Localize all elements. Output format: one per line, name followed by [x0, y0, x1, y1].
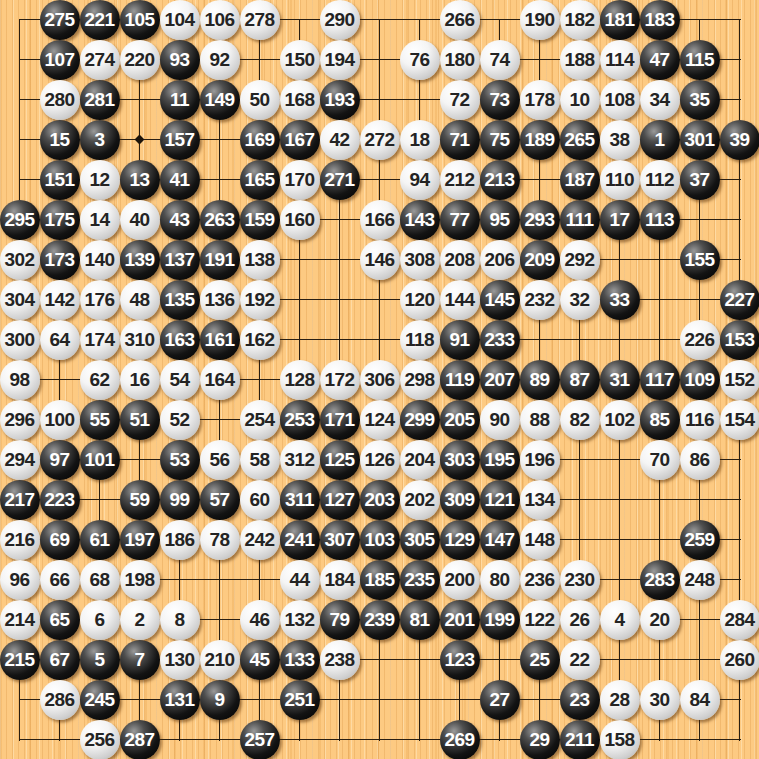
- stone-white-move-292: 292: [560, 240, 600, 280]
- stone-black-move-127: 127: [320, 480, 360, 520]
- stone-white-move-120: 120: [400, 280, 440, 320]
- stone-white-move-14: 14: [80, 200, 120, 240]
- stone-black-move-301: 301: [680, 120, 720, 160]
- stone-white-move-290: 290: [320, 0, 360, 40]
- stone-black-move-105: 105: [120, 0, 160, 40]
- stone-white-move-108: 108: [600, 80, 640, 120]
- stone-white-move-196: 196: [520, 440, 560, 480]
- stone-white-move-62: 62: [80, 360, 120, 400]
- stone-black-move-41: 41: [160, 160, 200, 200]
- stone-black-move-113: 113: [640, 200, 680, 240]
- stone-black-move-185: 185: [360, 560, 400, 600]
- stone-white-move-118: 118: [400, 320, 440, 360]
- stone-black-move-193: 193: [320, 80, 360, 120]
- stone-black-move-309: 309: [440, 480, 480, 520]
- stone-white-move-10: 10: [560, 80, 600, 120]
- stone-black-move-157: 157: [160, 120, 200, 160]
- stone-white-move-186: 186: [160, 520, 200, 560]
- stone-white-move-4: 4: [600, 600, 640, 640]
- stone-black-move-155: 155: [680, 240, 720, 280]
- stone-black-move-3: 3: [80, 120, 120, 160]
- stone-white-move-92: 92: [200, 40, 240, 80]
- stone-black-move-187: 187: [560, 160, 600, 200]
- stone-black-move-197: 197: [120, 520, 160, 560]
- stone-white-move-130: 130: [160, 640, 200, 680]
- stone-white-move-56: 56: [200, 440, 240, 480]
- stone-white-move-212: 212: [440, 160, 480, 200]
- stone-black-move-195: 195: [480, 440, 520, 480]
- stone-white-move-128: 128: [280, 360, 320, 400]
- go-board[interactable]: 2752211051041062782902661901821811831072…: [0, 0, 759, 759]
- stone-white-move-148: 148: [520, 520, 560, 560]
- stone-white-move-66: 66: [40, 560, 80, 600]
- stone-white-move-280: 280: [40, 80, 80, 120]
- stone-black-move-167: 167: [280, 120, 320, 160]
- stone-white-move-204: 204: [400, 440, 440, 480]
- stone-black-move-45: 45: [240, 640, 280, 680]
- stone-white-move-42: 42: [320, 120, 360, 160]
- stone-black-move-91: 91: [440, 320, 480, 360]
- stone-white-move-312: 312: [280, 440, 320, 480]
- stone-black-move-159: 159: [240, 200, 280, 240]
- stone-white-move-144: 144: [440, 280, 480, 320]
- stone-black-move-143: 143: [400, 200, 440, 240]
- stone-white-move-32: 32: [560, 280, 600, 320]
- stone-white-move-192: 192: [240, 280, 280, 320]
- stone-white-move-294: 294: [0, 440, 40, 480]
- stone-white-move-180: 180: [440, 40, 480, 80]
- stone-black-move-59: 59: [120, 480, 160, 520]
- stone-black-move-117: 117: [640, 360, 680, 400]
- stone-white-move-38: 38: [600, 120, 640, 160]
- stone-black-move-189: 189: [520, 120, 560, 160]
- stone-white-move-26: 26: [560, 600, 600, 640]
- stone-black-move-227: 227: [720, 280, 759, 320]
- stone-white-move-152: 152: [720, 360, 759, 400]
- stone-white-move-48: 48: [120, 280, 160, 320]
- stone-white-move-248: 248: [680, 560, 720, 600]
- stone-white-move-78: 78: [200, 520, 240, 560]
- stone-white-move-64: 64: [40, 320, 80, 360]
- stone-black-move-209: 209: [520, 240, 560, 280]
- stone-white-move-72: 72: [440, 80, 480, 120]
- stone-white-move-274: 274: [80, 40, 120, 80]
- stone-black-move-93: 93: [160, 40, 200, 80]
- stone-white-move-40: 40: [120, 200, 160, 240]
- stone-black-move-43: 43: [160, 200, 200, 240]
- stone-black-move-139: 139: [120, 240, 160, 280]
- stone-white-move-8: 8: [160, 600, 200, 640]
- stone-black-move-79: 79: [320, 600, 360, 640]
- stone-white-move-116: 116: [680, 400, 720, 440]
- stone-black-move-241: 241: [280, 520, 320, 560]
- stone-black-move-135: 135: [160, 280, 200, 320]
- stone-white-move-166: 166: [360, 200, 400, 240]
- stone-white-move-80: 80: [480, 560, 520, 600]
- stone-white-move-162: 162: [240, 320, 280, 360]
- stone-white-move-202: 202: [400, 480, 440, 520]
- stone-white-move-104: 104: [160, 0, 200, 40]
- stone-black-move-265: 265: [560, 120, 600, 160]
- stone-black-move-119: 119: [440, 360, 480, 400]
- stone-white-move-232: 232: [520, 280, 560, 320]
- stone-black-move-145: 145: [480, 280, 520, 320]
- stone-black-move-251: 251: [280, 680, 320, 720]
- stone-black-move-101: 101: [80, 440, 120, 480]
- stone-white-move-132: 132: [280, 600, 320, 640]
- stone-black-move-137: 137: [160, 240, 200, 280]
- stone-white-move-236: 236: [520, 560, 560, 600]
- stone-white-move-54: 54: [160, 360, 200, 400]
- stone-white-move-208: 208: [440, 240, 480, 280]
- stone-black-move-77: 77: [440, 200, 480, 240]
- stone-black-move-81: 81: [400, 600, 440, 640]
- stone-black-move-233: 233: [480, 320, 520, 360]
- stone-black-move-131: 131: [160, 680, 200, 720]
- stone-black-move-163: 163: [160, 320, 200, 360]
- stone-black-move-97: 97: [40, 440, 80, 480]
- stone-white-move-112: 112: [640, 160, 680, 200]
- stone-white-move-190: 190: [520, 0, 560, 40]
- stone-white-move-18: 18: [400, 120, 440, 160]
- stone-white-move-174: 174: [80, 320, 120, 360]
- stone-black-move-7: 7: [120, 640, 160, 680]
- stone-black-move-221: 221: [80, 0, 120, 40]
- stone-black-move-287: 287: [120, 720, 160, 759]
- stone-black-move-153: 153: [720, 320, 759, 360]
- stone-black-move-201: 201: [440, 600, 480, 640]
- stone-white-move-134: 134: [520, 480, 560, 520]
- stone-black-move-147: 147: [480, 520, 520, 560]
- stone-black-move-215: 215: [0, 640, 40, 680]
- stone-black-move-123: 123: [440, 640, 480, 680]
- stone-white-move-216: 216: [0, 520, 40, 560]
- stone-black-move-11: 11: [160, 80, 200, 120]
- stone-white-move-122: 122: [520, 600, 560, 640]
- stone-white-move-60: 60: [240, 480, 280, 520]
- stone-black-move-47: 47: [640, 40, 680, 80]
- stone-black-move-183: 183: [640, 0, 680, 40]
- stone-white-move-302: 302: [0, 240, 40, 280]
- stone-white-move-172: 172: [320, 360, 360, 400]
- stone-white-move-96: 96: [0, 560, 40, 600]
- stone-white-move-110: 110: [600, 160, 640, 200]
- stone-white-move-194: 194: [320, 40, 360, 80]
- stone-white-move-140: 140: [80, 240, 120, 280]
- stone-black-move-133: 133: [280, 640, 320, 680]
- stone-black-move-67: 67: [40, 640, 80, 680]
- stone-black-move-23: 23: [560, 680, 600, 720]
- stone-black-move-89: 89: [520, 360, 560, 400]
- stone-white-move-230: 230: [560, 560, 600, 600]
- stone-black-move-55: 55: [80, 400, 120, 440]
- stone-black-move-69: 69: [40, 520, 80, 560]
- stone-white-move-298: 298: [400, 360, 440, 400]
- stone-black-move-75: 75: [480, 120, 520, 160]
- stone-black-move-169: 169: [240, 120, 280, 160]
- stone-black-move-235: 235: [400, 560, 440, 600]
- stone-white-move-124: 124: [360, 400, 400, 440]
- stone-white-move-284: 284: [720, 600, 759, 640]
- stone-white-move-28: 28: [600, 680, 640, 720]
- stone-black-move-65: 65: [40, 600, 80, 640]
- stone-white-move-98: 98: [0, 360, 40, 400]
- stone-white-move-188: 188: [560, 40, 600, 80]
- stone-white-move-34: 34: [640, 80, 680, 120]
- stone-white-move-46: 46: [240, 600, 280, 640]
- stone-black-move-15: 15: [40, 120, 80, 160]
- stone-white-move-114: 114: [600, 40, 640, 80]
- stone-white-move-272: 272: [360, 120, 400, 160]
- stone-white-move-44: 44: [280, 560, 320, 600]
- stone-black-move-205: 205: [440, 400, 480, 440]
- stone-white-move-310: 310: [120, 320, 160, 360]
- stone-black-move-257: 257: [240, 720, 280, 759]
- stone-black-move-245: 245: [80, 680, 120, 720]
- stone-black-move-165: 165: [240, 160, 280, 200]
- stone-black-move-181: 181: [600, 0, 640, 40]
- stone-black-move-31: 31: [600, 360, 640, 400]
- stone-black-move-95: 95: [480, 200, 520, 240]
- stone-black-move-53: 53: [160, 440, 200, 480]
- stone-white-move-102: 102: [600, 400, 640, 440]
- stone-black-move-269: 269: [440, 720, 480, 759]
- stone-black-move-199: 199: [480, 600, 520, 640]
- stone-white-move-220: 220: [120, 40, 160, 80]
- stone-black-move-39: 39: [720, 120, 759, 160]
- stone-black-move-307: 307: [320, 520, 360, 560]
- stone-white-move-286: 286: [40, 680, 80, 720]
- stone-black-move-109: 109: [680, 360, 720, 400]
- stone-white-move-30: 30: [640, 680, 680, 720]
- stone-white-move-198: 198: [120, 560, 160, 600]
- stone-white-move-308: 308: [400, 240, 440, 280]
- stone-white-move-304: 304: [0, 280, 40, 320]
- stone-black-move-111: 111: [560, 200, 600, 240]
- stone-white-move-200: 200: [440, 560, 480, 600]
- stone-black-move-149: 149: [200, 80, 240, 120]
- stone-black-move-175: 175: [40, 200, 80, 240]
- stone-black-move-25: 25: [520, 640, 560, 680]
- stone-white-move-100: 100: [40, 400, 80, 440]
- stone-white-move-138: 138: [240, 240, 280, 280]
- stone-white-move-226: 226: [680, 320, 720, 360]
- stone-black-move-295: 295: [0, 200, 40, 240]
- stone-black-move-303: 303: [440, 440, 480, 480]
- stone-white-move-58: 58: [240, 440, 280, 480]
- stone-black-move-51: 51: [120, 400, 160, 440]
- stone-white-move-214: 214: [0, 600, 40, 640]
- stone-white-move-178: 178: [520, 80, 560, 120]
- stone-white-move-68: 68: [80, 560, 120, 600]
- stone-white-move-88: 88: [520, 400, 560, 440]
- stone-white-move-82: 82: [560, 400, 600, 440]
- stone-white-move-278: 278: [240, 0, 280, 40]
- stone-white-move-22: 22: [560, 640, 600, 680]
- stone-black-move-173: 173: [40, 240, 80, 280]
- stone-black-move-271: 271: [320, 160, 360, 200]
- stone-black-move-5: 5: [80, 640, 120, 680]
- stone-black-move-57: 57: [200, 480, 240, 520]
- stone-white-move-182: 182: [560, 0, 600, 40]
- stone-grid: 2752211051041062782902661901821811831072…: [0, 0, 759, 759]
- stone-black-move-125: 125: [320, 440, 360, 480]
- stone-black-move-73: 73: [480, 80, 520, 120]
- stone-black-move-103: 103: [360, 520, 400, 560]
- stone-black-move-305: 305: [400, 520, 440, 560]
- stone-white-move-306: 306: [360, 360, 400, 400]
- stone-black-move-275: 275: [40, 0, 80, 40]
- stone-white-move-154: 154: [720, 400, 759, 440]
- stone-white-move-296: 296: [0, 400, 40, 440]
- stone-white-move-164: 164: [200, 360, 240, 400]
- stone-white-move-256: 256: [80, 720, 120, 759]
- stone-black-move-293: 293: [520, 200, 560, 240]
- stone-white-move-150: 150: [280, 40, 320, 80]
- stone-white-move-52: 52: [160, 400, 200, 440]
- stone-white-move-168: 168: [280, 80, 320, 120]
- stone-black-move-129: 129: [440, 520, 480, 560]
- stone-black-move-223: 223: [40, 480, 80, 520]
- stone-black-move-281: 281: [80, 80, 120, 120]
- stone-black-move-71: 71: [440, 120, 480, 160]
- stone-white-move-76: 76: [400, 40, 440, 80]
- stone-white-move-254: 254: [240, 400, 280, 440]
- stone-black-move-1: 1: [640, 120, 680, 160]
- stone-white-move-126: 126: [360, 440, 400, 480]
- stone-black-move-161: 161: [200, 320, 240, 360]
- stone-white-move-146: 146: [360, 240, 400, 280]
- stone-white-move-170: 170: [280, 160, 320, 200]
- stone-white-move-12: 12: [80, 160, 120, 200]
- stone-black-move-171: 171: [320, 400, 360, 440]
- stone-white-move-160: 160: [280, 200, 320, 240]
- stone-white-move-142: 142: [40, 280, 80, 320]
- stone-white-move-158: 158: [600, 720, 640, 759]
- stone-black-move-9: 9: [200, 680, 240, 720]
- stone-black-move-191: 191: [200, 240, 240, 280]
- stone-white-move-70: 70: [640, 440, 680, 480]
- stone-white-move-106: 106: [200, 0, 240, 40]
- stone-white-move-206: 206: [480, 240, 520, 280]
- stone-black-move-35: 35: [680, 80, 720, 120]
- stone-black-move-27: 27: [480, 680, 520, 720]
- stone-white-move-176: 176: [80, 280, 120, 320]
- stone-black-move-259: 259: [680, 520, 720, 560]
- stone-white-move-86: 86: [680, 440, 720, 480]
- stone-white-move-16: 16: [120, 360, 160, 400]
- stone-black-move-263: 263: [200, 200, 240, 240]
- stone-white-move-20: 20: [640, 600, 680, 640]
- stone-white-move-300: 300: [0, 320, 40, 360]
- stone-black-move-299: 299: [400, 400, 440, 440]
- stone-black-move-107: 107: [40, 40, 80, 80]
- stone-white-move-2: 2: [120, 600, 160, 640]
- stone-black-move-13: 13: [120, 160, 160, 200]
- stone-black-move-253: 253: [280, 400, 320, 440]
- stone-black-move-203: 203: [360, 480, 400, 520]
- stone-white-move-6: 6: [80, 600, 120, 640]
- stone-white-move-266: 266: [440, 0, 480, 40]
- stone-white-move-210: 210: [200, 640, 240, 680]
- stone-white-move-90: 90: [480, 400, 520, 440]
- stone-black-move-311: 311: [280, 480, 320, 520]
- stone-black-move-17: 17: [600, 200, 640, 240]
- stone-black-move-29: 29: [520, 720, 560, 759]
- stone-black-move-211: 211: [560, 720, 600, 759]
- stone-white-move-260: 260: [720, 640, 759, 680]
- stone-white-move-50: 50: [240, 80, 280, 120]
- stone-black-move-283: 283: [640, 560, 680, 600]
- stone-black-move-61: 61: [80, 520, 120, 560]
- stone-white-move-184: 184: [320, 560, 360, 600]
- stone-black-move-115: 115: [680, 40, 720, 80]
- stone-black-move-121: 121: [480, 480, 520, 520]
- stone-black-move-87: 87: [560, 360, 600, 400]
- stone-black-move-217: 217: [0, 480, 40, 520]
- stone-black-move-33: 33: [600, 280, 640, 320]
- stone-black-move-207: 207: [480, 360, 520, 400]
- stone-white-move-84: 84: [680, 680, 720, 720]
- stone-white-move-94: 94: [400, 160, 440, 200]
- stone-black-move-239: 239: [360, 600, 400, 640]
- stone-black-move-85: 85: [640, 400, 680, 440]
- stone-black-move-151: 151: [40, 160, 80, 200]
- stone-black-move-37: 37: [680, 160, 720, 200]
- stone-black-move-213: 213: [480, 160, 520, 200]
- stone-white-move-238: 238: [320, 640, 360, 680]
- stone-white-move-136: 136: [200, 280, 240, 320]
- stone-white-move-74: 74: [480, 40, 520, 80]
- stone-black-move-99: 99: [160, 480, 200, 520]
- stone-white-move-242: 242: [240, 520, 280, 560]
